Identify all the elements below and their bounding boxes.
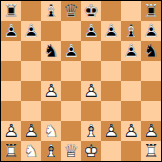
- square-a1[interactable]: ♜♖: [1, 141, 21, 161]
- square-f7[interactable]: ♟♙: [101, 21, 121, 41]
- white-pawn-piece: ♟♙: [101, 121, 121, 141]
- square-a3[interactable]: [1, 101, 21, 121]
- square-a4[interactable]: [1, 81, 21, 101]
- white-pawn-piece: ♟♙: [81, 81, 101, 101]
- white-queen-piece: ♛♕: [61, 141, 81, 161]
- square-h3[interactable]: [141, 101, 161, 121]
- square-f8[interactable]: [101, 1, 121, 21]
- black-king-piece: ♚♔: [81, 1, 101, 21]
- black-pawn-piece: ♟♙: [101, 21, 121, 41]
- black-pawn-piece: ♟♙: [141, 21, 161, 41]
- square-a6[interactable]: [1, 41, 21, 61]
- black-pawn-piece: ♟♙: [61, 41, 81, 61]
- black-rook-piece: ♜♖: [141, 1, 161, 21]
- square-b8[interactable]: [21, 1, 41, 21]
- white-pawn-piece: ♟♙: [121, 121, 141, 141]
- square-a8[interactable]: ♜♖: [1, 1, 21, 21]
- white-pawn-piece: ♟♙: [41, 81, 61, 101]
- black-bishop-piece: ♝♗: [121, 21, 141, 41]
- square-e8[interactable]: ♚♔: [81, 1, 101, 21]
- square-h6[interactable]: ♞♘: [141, 41, 161, 61]
- square-e5[interactable]: [81, 61, 101, 81]
- black-rook-piece: ♜♖: [1, 1, 21, 21]
- square-b6[interactable]: [21, 41, 41, 61]
- black-knight-piece: ♞♘: [41, 41, 61, 61]
- square-c6[interactable]: ♞♘: [41, 41, 61, 61]
- white-bishop-piece: ♝♗: [81, 121, 101, 141]
- square-c7[interactable]: [41, 21, 61, 41]
- square-c1[interactable]: ♝♗: [41, 141, 61, 161]
- square-d2[interactable]: [61, 121, 81, 141]
- square-b5[interactable]: [21, 61, 41, 81]
- white-king-piece: ♚♔: [81, 141, 101, 161]
- square-g7[interactable]: ♝♗: [121, 21, 141, 41]
- square-h7[interactable]: ♟♙: [141, 21, 161, 41]
- square-d1[interactable]: ♛♕: [61, 141, 81, 161]
- square-f1[interactable]: [101, 141, 121, 161]
- square-d7[interactable]: [61, 21, 81, 41]
- square-c2[interactable]: ♞♘: [41, 121, 61, 141]
- square-f2[interactable]: ♟♙: [101, 121, 121, 141]
- square-d4[interactable]: [61, 81, 81, 101]
- square-b7[interactable]: ♟♙: [21, 21, 41, 41]
- square-f4[interactable]: [101, 81, 121, 101]
- square-c5[interactable]: [41, 61, 61, 81]
- white-rook-piece: ♜♖: [141, 141, 161, 161]
- square-a5[interactable]: [1, 61, 21, 81]
- square-f3[interactable]: [101, 101, 121, 121]
- square-c8[interactable]: ♝♗: [41, 1, 61, 21]
- square-b2[interactable]: ♟♙: [21, 121, 41, 141]
- square-b3[interactable]: [21, 101, 41, 121]
- square-d3[interactable]: [61, 101, 81, 121]
- white-pawn-piece: ♟♙: [21, 121, 41, 141]
- black-pawn-piece: ♟♙: [21, 21, 41, 41]
- black-bishop-piece: ♝♗: [41, 1, 61, 21]
- square-g8[interactable]: [121, 1, 141, 21]
- square-d5[interactable]: [61, 61, 81, 81]
- square-h1[interactable]: ♜♖: [141, 141, 161, 161]
- square-b1[interactable]: ♞♘: [21, 141, 41, 161]
- white-pawn-piece: ♟♙: [1, 121, 21, 141]
- black-knight-piece: ♞♘: [141, 41, 161, 61]
- square-b4[interactable]: [21, 81, 41, 101]
- square-e7[interactable]: ♟♙: [81, 21, 101, 41]
- square-h4[interactable]: [141, 81, 161, 101]
- square-c3[interactable]: [41, 101, 61, 121]
- square-g4[interactable]: [121, 81, 141, 101]
- black-pawn-piece: ♟♙: [81, 21, 101, 41]
- square-h8[interactable]: ♜♖: [141, 1, 161, 21]
- square-g3[interactable]: [121, 101, 141, 121]
- black-pawn-piece: ♟♙: [1, 21, 21, 41]
- square-g2[interactable]: ♟♙: [121, 121, 141, 141]
- square-h5[interactable]: [141, 61, 161, 81]
- white-pawn-piece: ♟♙: [141, 121, 161, 141]
- square-g1[interactable]: [121, 141, 141, 161]
- square-a7[interactable]: ♟♙: [1, 21, 21, 41]
- square-g5[interactable]: [121, 61, 141, 81]
- square-f6[interactable]: [101, 41, 121, 61]
- square-f5[interactable]: [101, 61, 121, 81]
- square-e6[interactable]: [81, 41, 101, 61]
- chess-board: ♜♖♝♗♛♕♚♔♜♖♟♙♟♙♟♙♟♙♝♗♟♙♞♘♟♙♟♙♞♘♟♙♟♙♟♙♟♙♞♘…: [0, 0, 162, 162]
- white-knight-piece: ♞♘: [21, 141, 41, 161]
- white-knight-piece: ♞♘: [41, 121, 61, 141]
- square-g6[interactable]: ♟♙: [121, 41, 141, 61]
- square-c4[interactable]: ♟♙: [41, 81, 61, 101]
- black-queen-piece: ♛♕: [61, 1, 81, 21]
- square-d6[interactable]: ♟♙: [61, 41, 81, 61]
- square-e3[interactable]: [81, 101, 101, 121]
- square-h2[interactable]: ♟♙: [141, 121, 161, 141]
- square-a2[interactable]: ♟♙: [1, 121, 21, 141]
- square-e1[interactable]: ♚♔: [81, 141, 101, 161]
- square-e2[interactable]: ♝♗: [81, 121, 101, 141]
- square-e4[interactable]: ♟♙: [81, 81, 101, 101]
- white-rook-piece: ♜♖: [1, 141, 21, 161]
- square-d8[interactable]: ♛♕: [61, 1, 81, 21]
- white-bishop-piece: ♝♗: [41, 141, 61, 161]
- black-pawn-piece: ♟♙: [121, 41, 141, 61]
